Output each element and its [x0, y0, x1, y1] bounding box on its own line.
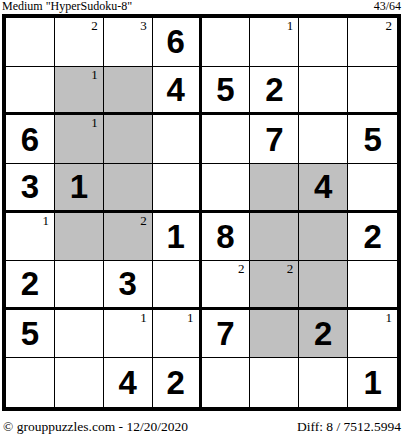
cell-r1c1[interactable] [6, 18, 55, 67]
given-digit: 6 [21, 123, 39, 156]
cell-r1c6[interactable]: 1 [250, 18, 299, 67]
cell-r3c8[interactable]: 5 [348, 115, 397, 164]
cell-r3c5[interactable] [202, 115, 251, 164]
pencil-mark: 2 [287, 262, 294, 276]
cell-r7c5[interactable]: 7 [202, 310, 251, 359]
cell-r8c2[interactable] [55, 358, 104, 407]
difficulty-label: Diff: 8 / 7512.5994 [297, 419, 401, 434]
cell-r6c5[interactable]: 2 [202, 261, 251, 310]
cell-r1c3[interactable]: 3 [104, 18, 153, 67]
cell-r7c4[interactable]: 1 [153, 310, 202, 359]
cell-r7c6[interactable] [250, 310, 299, 359]
header: Medium "HyperSudoku-8" 43/64 [2, 0, 401, 14]
given-digit: 1 [70, 170, 88, 203]
pencil-mark: 2 [91, 19, 98, 33]
given-digit: 5 [216, 73, 234, 106]
cell-r6c6[interactable]: 2 [250, 261, 299, 310]
pencil-mark: 1 [91, 68, 98, 82]
cell-r7c7[interactable]: 2 [299, 310, 348, 359]
given-digit: 7 [216, 317, 234, 350]
given-digit: 1 [166, 220, 184, 253]
given-digit: 7 [265, 123, 283, 156]
given-digit: 4 [166, 73, 184, 106]
cell-r2c4[interactable]: 4 [153, 67, 202, 116]
cell-r4c7[interactable]: 4 [299, 164, 348, 213]
pencil-mark: 3 [140, 19, 147, 33]
cell-r7c3[interactable]: 1 [104, 310, 153, 359]
given-digit: 3 [21, 170, 39, 203]
given-digit: 4 [119, 366, 137, 399]
cell-r4c6[interactable] [250, 164, 299, 213]
cell-r6c2[interactable] [55, 261, 104, 310]
cell-r5c5[interactable]: 8 [202, 213, 251, 262]
cell-r4c5[interactable] [202, 164, 251, 213]
pencil-mark: 1 [140, 311, 147, 325]
given-digit: 4 [314, 170, 332, 203]
given-digit: 8 [216, 220, 234, 253]
cell-r8c7[interactable] [299, 358, 348, 407]
cell-r5c3[interactable]: 2 [104, 213, 153, 262]
cell-r3c2[interactable]: 1 [55, 115, 104, 164]
cell-r1c5[interactable] [202, 18, 251, 67]
cell-r6c8[interactable] [348, 261, 397, 310]
cell-r6c3[interactable]: 3 [104, 261, 153, 310]
cell-r7c8[interactable]: 1 [348, 310, 397, 359]
cell-r7c2[interactable] [55, 310, 104, 359]
cell-r2c1[interactable] [6, 67, 55, 116]
given-digit: 2 [265, 73, 283, 106]
cell-r2c7[interactable] [299, 67, 348, 116]
pencil-mark: 1 [91, 116, 98, 130]
cell-r5c6[interactable] [250, 213, 299, 262]
cell-r7c1[interactable]: 5 [6, 310, 55, 359]
given-digit: 2 [314, 317, 332, 350]
puzzle-page: Medium "HyperSudoku-8" 43/64 23612145261… [0, 0, 403, 437]
cell-r5c8[interactable]: 2 [348, 213, 397, 262]
cell-r3c6[interactable]: 7 [250, 115, 299, 164]
cell-r5c4[interactable]: 1 [153, 213, 202, 262]
pencil-mark: 1 [187, 311, 194, 325]
cell-r5c1[interactable]: 1 [6, 213, 55, 262]
puzzle-title: Medium "HyperSudoku-8" [2, 0, 132, 13]
cell-r1c7[interactable] [299, 18, 348, 67]
given-digit: 1 [363, 366, 381, 399]
cell-r4c8[interactable] [348, 164, 397, 213]
given-digit: 3 [119, 267, 137, 300]
pencil-mark: 1 [287, 19, 294, 33]
given-digit: 2 [21, 267, 39, 300]
cell-r2c8[interactable] [348, 67, 397, 116]
cell-r8c1[interactable] [6, 358, 55, 407]
cell-r4c2[interactable]: 1 [55, 164, 104, 213]
cell-r2c3[interactable] [104, 67, 153, 116]
copyright-link[interactable]: © grouppuzzles.com - 12/20/2020 [3, 419, 188, 434]
cell-r3c4[interactable] [153, 115, 202, 164]
cell-r4c1[interactable]: 3 [6, 164, 55, 213]
pencil-mark: 1 [42, 214, 49, 228]
cell-r4c3[interactable] [104, 164, 153, 213]
cell-r6c4[interactable] [153, 261, 202, 310]
given-digit: 5 [363, 123, 381, 156]
cell-r8c6[interactable] [250, 358, 299, 407]
cell-r2c6[interactable]: 2 [250, 67, 299, 116]
cell-r3c1[interactable]: 6 [6, 115, 55, 164]
cell-r3c7[interactable] [299, 115, 348, 164]
given-digit: 6 [166, 25, 184, 58]
cell-r8c4[interactable]: 2 [153, 358, 202, 407]
cell-r1c2[interactable]: 2 [55, 18, 104, 67]
given-digit: 2 [363, 220, 381, 253]
pencil-mark: 2 [140, 214, 147, 228]
cell-r3c3[interactable] [104, 115, 153, 164]
cell-r8c5[interactable] [202, 358, 251, 407]
given-digit: 2 [166, 366, 184, 399]
cell-r5c7[interactable] [299, 213, 348, 262]
pencil-mark: 2 [238, 262, 245, 276]
cell-r1c8[interactable]: 2 [348, 18, 397, 67]
footer: © grouppuzzles.com - 12/20/2020 Diff: 8 … [3, 416, 401, 434]
cell-r1c4[interactable]: 6 [153, 18, 202, 67]
sudoku-board: 2361214526175314121822322511721421 [2, 14, 401, 411]
pencil-mark: 1 [386, 311, 393, 325]
cell-r8c8[interactable]: 1 [348, 358, 397, 407]
cell-r6c7[interactable] [299, 261, 348, 310]
cell-r5c2[interactable] [55, 213, 104, 262]
cell-r4c4[interactable] [153, 164, 202, 213]
cell-r8c3[interactable]: 4 [104, 358, 153, 407]
given-digit: 5 [21, 317, 39, 350]
pencil-mark: 2 [386, 19, 393, 33]
cell-r2c5[interactable]: 5 [202, 67, 251, 116]
cell-r6c1[interactable]: 2 [6, 261, 55, 310]
cell-r2c2[interactable]: 1 [55, 67, 104, 116]
puzzle-counter: 43/64 [374, 0, 401, 13]
